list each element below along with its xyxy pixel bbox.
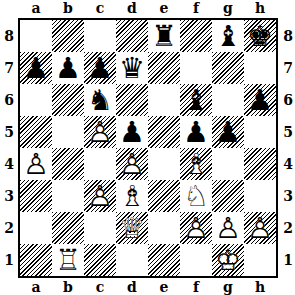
rank-label-left-6: 6 [2,84,16,116]
white-bishop-piece: ♝♗ [116,180,148,212]
white-rook-piece: ♜♖ [52,244,84,276]
square-g3[interactable] [212,180,244,212]
black-pawn-piece: ♟ [116,116,148,148]
black-king-piece: ♚ [244,20,276,52]
rank-label-left-2: 2 [2,212,16,244]
black-pawn-piece: ♟ [180,116,212,148]
rank-label-right-3: 3 [281,180,295,212]
square-f7[interactable] [180,52,212,84]
square-h1[interactable] [244,244,276,276]
rank-label-right-1: 1 [281,244,295,276]
file-label-top-d: d [116,0,148,17]
file-label-bottom-c: c [84,279,116,295]
white-pawn-piece: ♟♙ [180,212,212,244]
white-pawn-piece: ♟♙ [84,116,116,148]
file-label-bottom-b: b [52,279,84,295]
square-d7[interactable]: ♛ [116,52,148,84]
square-e7[interactable] [148,52,180,84]
square-f2[interactable]: ♟♙ [180,212,212,244]
square-c1[interactable] [84,244,116,276]
square-a4[interactable]: ♟♙ [20,148,52,180]
square-e8[interactable]: ♜ [148,20,180,52]
white-king-piece: ♚♔ [212,244,244,276]
square-e4[interactable] [148,148,180,180]
square-a3[interactable] [20,180,52,212]
black-knight-piece: ♞ [84,84,116,116]
rank-label-left-7: 7 [2,52,16,84]
black-pawn-piece: ♟ [52,52,84,84]
file-label-bottom-f: f [180,279,212,295]
black-queen-piece: ♛ [116,52,148,84]
square-a5[interactable] [20,116,52,148]
square-g8[interactable]: ♝ [212,20,244,52]
rank-label-left-4: 4 [2,148,16,180]
square-h4[interactable] [244,148,276,180]
rank-label-right-4: 4 [281,148,295,180]
square-a2[interactable] [20,212,52,244]
square-d4[interactable]: ♟♙ [116,148,148,180]
square-h2[interactable]: ♟♙ [244,212,276,244]
white-queen-piece: ♛♕ [116,212,148,244]
rank-label-right-2: 2 [281,212,295,244]
rank-label-left-8: 8 [2,20,16,52]
file-label-top-e: e [148,0,180,17]
square-f6[interactable]: ♝ [180,84,212,116]
square-e5[interactable] [148,116,180,148]
square-g4[interactable] [212,148,244,180]
square-e1[interactable] [148,244,180,276]
square-b2[interactable] [52,212,84,244]
square-e2[interactable] [148,212,180,244]
square-d1[interactable] [116,244,148,276]
rank-label-left-3: 3 [2,180,16,212]
rank-label-left-1: 1 [2,244,16,276]
file-label-top-f: f [180,0,212,17]
rank-label-right-6: 6 [281,84,295,116]
file-label-bottom-e: e [148,279,180,295]
square-b5[interactable] [52,116,84,148]
square-b6[interactable] [52,84,84,116]
rank-label-right-7: 7 [281,52,295,84]
square-e6[interactable] [148,84,180,116]
black-bishop-piece: ♝ [212,20,244,52]
square-f1[interactable] [180,244,212,276]
file-label-bottom-d: d [116,279,148,295]
black-pawn-piece: ♟ [244,84,276,116]
square-d2[interactable]: ♛♕ [116,212,148,244]
white-bishop-piece: ♝♗ [180,148,212,180]
black-pawn-piece: ♟ [84,52,116,84]
square-e3[interactable] [148,180,180,212]
square-c7[interactable]: ♟ [84,52,116,84]
square-b7[interactable]: ♟ [52,52,84,84]
rank-label-right-8: 8 [281,20,295,52]
square-c5[interactable]: ♟♙ [84,116,116,148]
file-label-top-a: a [20,0,52,17]
square-b3[interactable] [52,180,84,212]
square-f5[interactable]: ♟ [180,116,212,148]
square-b4[interactable] [52,148,84,180]
square-f3[interactable]: ♞♘ [180,180,212,212]
white-pawn-piece: ♟♙ [84,180,116,212]
square-d5[interactable]: ♟ [116,116,148,148]
square-h6[interactable]: ♟ [244,84,276,116]
square-g6[interactable] [212,84,244,116]
square-a6[interactable] [20,84,52,116]
square-h3[interactable] [244,180,276,212]
rank-label-right-5: 5 [281,116,295,148]
square-g5[interactable]: ♟ [212,116,244,148]
black-rook-piece: ♜ [148,20,180,52]
square-b1[interactable]: ♜♖ [52,244,84,276]
square-f8[interactable] [180,20,212,52]
file-label-top-b: b [52,0,84,17]
file-label-bottom-g: g [212,279,244,295]
black-pawn-piece: ♟ [20,52,52,84]
square-c8[interactable] [84,20,116,52]
square-c6[interactable]: ♞ [84,84,116,116]
square-h8[interactable]: ♚ [244,20,276,52]
square-a1[interactable] [20,244,52,276]
square-a7[interactable]: ♟ [20,52,52,84]
file-label-bottom-h: h [244,279,276,295]
rank-label-left-5: 5 [2,116,16,148]
square-f4[interactable]: ♝♗ [180,148,212,180]
file-label-top-h: h [244,0,276,17]
file-label-top-c: c [84,0,116,17]
square-g7[interactable] [212,52,244,84]
square-c4[interactable] [84,148,116,180]
white-pawn-piece: ♟♙ [116,148,148,180]
file-label-top-g: g [212,0,244,17]
white-pawn-piece: ♟♙ [212,212,244,244]
square-a8[interactable] [20,20,52,52]
square-b8[interactable] [52,20,84,52]
square-c2[interactable] [84,212,116,244]
white-knight-piece: ♞♘ [180,180,212,212]
white-pawn-piece: ♟♙ [244,212,276,244]
square-h5[interactable] [244,116,276,148]
square-g1[interactable]: ♚♔ [212,244,244,276]
file-label-bottom-a: a [20,279,52,295]
square-g2[interactable]: ♟♙ [212,212,244,244]
chess-board: ♜♝♚♟♟♟♛♞♝♟♟♙♟♟♟♟♙♟♙♝♗♟♙♝♗♞♘♛♕♟♙♟♙♟♙♜♖♚♔ [18,18,278,278]
square-h7[interactable] [244,52,276,84]
square-d8[interactable] [116,20,148,52]
square-d3[interactable]: ♝♗ [116,180,148,212]
black-pawn-piece: ♟ [212,116,244,148]
black-bishop-piece: ♝ [180,84,212,116]
square-d6[interactable] [116,84,148,116]
white-pawn-piece: ♟♙ [20,148,52,180]
square-c3[interactable]: ♟♙ [84,180,116,212]
chess-diagram: ♜♝♚♟♟♟♛♞♝♟♟♙♟♟♟♟♙♟♙♝♗♟♙♝♗♞♘♛♕♟♙♟♙♟♙♜♖♚♔ … [0,0,295,295]
